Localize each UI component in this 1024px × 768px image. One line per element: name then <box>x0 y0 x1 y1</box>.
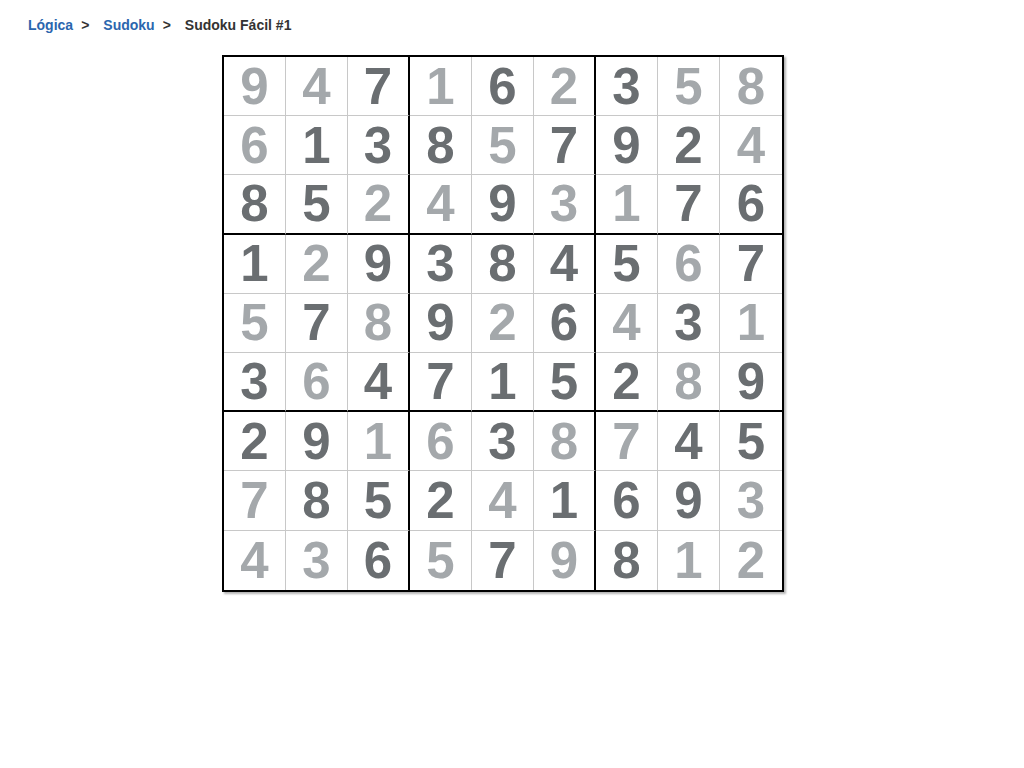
sudoku-cell-r1c3: 7 <box>348 57 410 116</box>
sudoku-cell-r8c9: 3 <box>720 471 782 530</box>
sudoku-cell-r2c3: 3 <box>348 116 410 175</box>
sudoku-cell-r8c7: 6 <box>596 471 658 530</box>
sudoku-cell-r9c8: 1 <box>658 531 720 590</box>
sudoku-cell-r2c1: 6 <box>224 116 286 175</box>
sudoku-cell-r4c7: 5 <box>596 235 658 294</box>
sudoku-cell-r7c3: 1 <box>348 412 410 471</box>
sudoku-cell-r5c6: 6 <box>534 294 596 353</box>
sudoku-cell-r4c1: 1 <box>224 235 286 294</box>
sudoku-cell-r9c1: 4 <box>224 531 286 590</box>
sudoku-cell-r2c7: 9 <box>596 116 658 175</box>
sudoku-cell-r2c5: 5 <box>472 116 534 175</box>
sudoku-cell-r6c5: 1 <box>472 353 534 412</box>
sudoku-cell-r1c4: 1 <box>410 57 472 116</box>
breadcrumb-link-logica[interactable]: Lógica <box>28 17 73 33</box>
sudoku-cell-r7c4: 6 <box>410 412 472 471</box>
sudoku-cell-r1c9: 8 <box>720 57 782 116</box>
sudoku-cell-r4c8: 6 <box>658 235 720 294</box>
sudoku-cell-r3c9: 6 <box>720 175 782 234</box>
breadcrumb-separator: > <box>81 17 89 33</box>
sudoku-board: 9471623586138579248524931761293845675789… <box>222 55 784 592</box>
sudoku-cell-r9c6: 9 <box>534 531 596 590</box>
sudoku-cell-r4c6: 4 <box>534 235 596 294</box>
sudoku-cell-r7c1: 2 <box>224 412 286 471</box>
sudoku-cell-r5c9: 1 <box>720 294 782 353</box>
breadcrumb-link-sudoku[interactable]: Sudoku <box>103 17 154 33</box>
sudoku-cell-r7c8: 4 <box>658 412 720 471</box>
sudoku-cell-r9c4: 5 <box>410 531 472 590</box>
sudoku-cell-r7c5: 3 <box>472 412 534 471</box>
sudoku-cell-r9c9: 2 <box>720 531 782 590</box>
sudoku-cell-r1c8: 5 <box>658 57 720 116</box>
sudoku-cell-r8c2: 8 <box>286 471 348 530</box>
sudoku-cell-r6c7: 2 <box>596 353 658 412</box>
sudoku-cell-r9c2: 3 <box>286 531 348 590</box>
sudoku-cell-r2c4: 8 <box>410 116 472 175</box>
sudoku-cell-r5c7: 4 <box>596 294 658 353</box>
sudoku-cell-r6c3: 4 <box>348 353 410 412</box>
breadcrumb: Lógica>Sudoku>Sudoku Fácil #1 <box>28 17 291 33</box>
sudoku-cell-r1c7: 3 <box>596 57 658 116</box>
sudoku-cell-r5c5: 2 <box>472 294 534 353</box>
sudoku-cell-r9c7: 8 <box>596 531 658 590</box>
sudoku-cell-r5c3: 8 <box>348 294 410 353</box>
sudoku-cell-r6c1: 3 <box>224 353 286 412</box>
sudoku-cell-r2c2: 1 <box>286 116 348 175</box>
sudoku-cell-r3c4: 4 <box>410 175 472 234</box>
sudoku-cell-r5c2: 7 <box>286 294 348 353</box>
breadcrumb-separator: > <box>163 17 171 33</box>
sudoku-cell-r3c5: 9 <box>472 175 534 234</box>
sudoku-cell-r1c2: 4 <box>286 57 348 116</box>
sudoku-cell-r5c8: 3 <box>658 294 720 353</box>
sudoku-cell-r1c1: 9 <box>224 57 286 116</box>
sudoku-cell-r3c8: 7 <box>658 175 720 234</box>
sudoku-cell-r4c3: 9 <box>348 235 410 294</box>
sudoku-cell-r5c4: 9 <box>410 294 472 353</box>
sudoku-cell-r3c3: 2 <box>348 175 410 234</box>
sudoku-cell-r9c3: 6 <box>348 531 410 590</box>
breadcrumb-current: Sudoku Fácil #1 <box>185 17 292 33</box>
sudoku-cell-r4c4: 3 <box>410 235 472 294</box>
sudoku-cell-r8c4: 2 <box>410 471 472 530</box>
sudoku-cell-r6c2: 6 <box>286 353 348 412</box>
sudoku-cell-r8c5: 4 <box>472 471 534 530</box>
sudoku-cell-r2c9: 4 <box>720 116 782 175</box>
sudoku-cell-r6c4: 7 <box>410 353 472 412</box>
sudoku-cell-r5c1: 5 <box>224 294 286 353</box>
sudoku-cell-r7c6: 8 <box>534 412 596 471</box>
sudoku-cell-r2c6: 7 <box>534 116 596 175</box>
sudoku-cell-r8c8: 9 <box>658 471 720 530</box>
sudoku-cell-r7c2: 9 <box>286 412 348 471</box>
sudoku-cell-r2c8: 2 <box>658 116 720 175</box>
sudoku-cell-r3c7: 1 <box>596 175 658 234</box>
sudoku-cell-r4c5: 8 <box>472 235 534 294</box>
sudoku-cell-r1c5: 6 <box>472 57 534 116</box>
sudoku-cell-r6c9: 9 <box>720 353 782 412</box>
sudoku-cell-r8c6: 1 <box>534 471 596 530</box>
sudoku-cell-r8c3: 5 <box>348 471 410 530</box>
sudoku-cell-r4c9: 7 <box>720 235 782 294</box>
sudoku-cell-r4c2: 2 <box>286 235 348 294</box>
sudoku-cell-r3c6: 3 <box>534 175 596 234</box>
sudoku-cell-r6c8: 8 <box>658 353 720 412</box>
sudoku-cell-r3c1: 8 <box>224 175 286 234</box>
sudoku-cell-r6c6: 5 <box>534 353 596 412</box>
sudoku-cell-r9c5: 7 <box>472 531 534 590</box>
sudoku-cell-r1c6: 2 <box>534 57 596 116</box>
sudoku-cell-r8c1: 7 <box>224 471 286 530</box>
sudoku-cell-r3c2: 5 <box>286 175 348 234</box>
sudoku-cell-r7c9: 5 <box>720 412 782 471</box>
sudoku-cell-r7c7: 7 <box>596 412 658 471</box>
